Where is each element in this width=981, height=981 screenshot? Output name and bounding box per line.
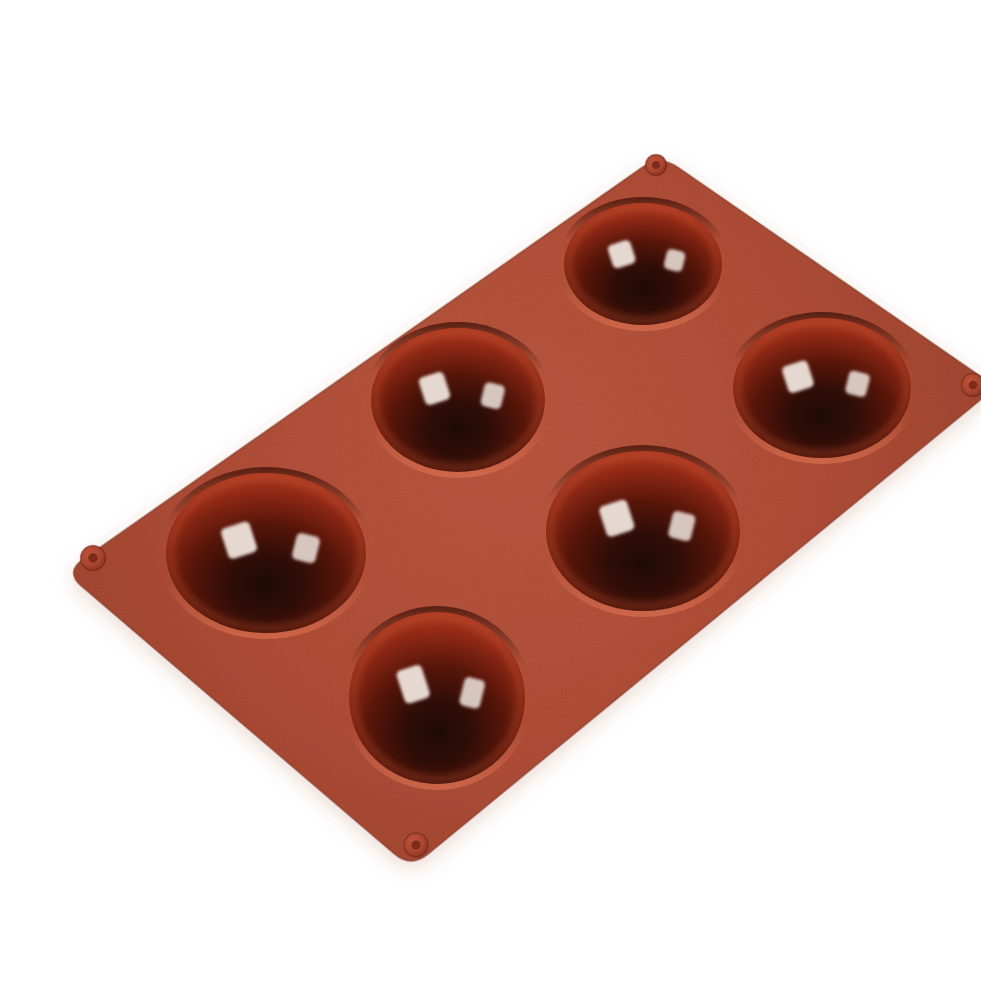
cavity-top — [557, 197, 729, 331]
silicone-texture — [40, 16, 981, 981]
corner-nub-dimple — [411, 840, 420, 849]
cavity-upper-middle — [364, 322, 552, 478]
cavity-bowl — [166, 473, 366, 633]
corner-nub-top — [646, 155, 667, 176]
cavity-bowl — [349, 612, 525, 784]
corner-nub-bottom — [404, 833, 428, 857]
corner-nub-left — [81, 546, 106, 571]
product-photo — [40, 16, 981, 981]
cavity-bowl — [733, 318, 911, 458]
silicone-mold-scene — [40, 16, 981, 981]
cavity-bowl — [546, 451, 740, 611]
cavity-left — [159, 467, 373, 639]
cavity-bottom — [342, 606, 532, 790]
corner-nub-dimple — [88, 553, 98, 563]
cavity-bowl — [371, 328, 545, 472]
corner-nub-dimple — [969, 381, 978, 390]
cavity-right — [726, 312, 918, 464]
cavity-center — [539, 445, 747, 617]
corner-nub-dimple — [652, 161, 660, 169]
cavity-bowl — [564, 203, 722, 325]
corner-nub-right — [962, 374, 981, 397]
